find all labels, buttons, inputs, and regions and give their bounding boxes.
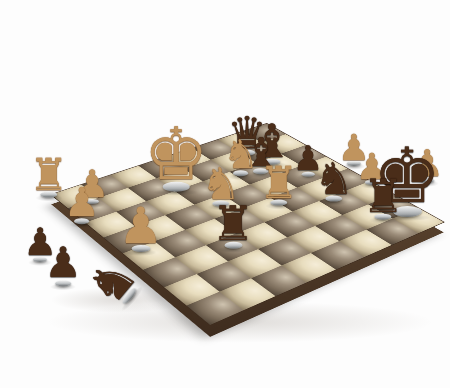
metal-base — [74, 218, 89, 224]
maple-rook-e6[interactable]: ♜ — [259, 163, 298, 206]
captured-maple-rook[interactable]: ♜ — [29, 155, 68, 198]
maple-pawn-d2[interactable]: ♟ — [119, 203, 164, 252]
maple-pawn-b1[interactable]: ♟ — [64, 184, 100, 224]
walnut-knight-f7[interactable]: ♞ — [314, 159, 353, 202]
pieces-layer: ♛♝♟♝♞♟♟♟♚♜♞♟♜♞♚♜♟♜♟♟♟♞ — [0, 0, 450, 388]
metal-base — [301, 172, 314, 177]
metal-base — [224, 242, 242, 249]
king-glyph: ♚ — [144, 121, 209, 187]
metal-base — [131, 245, 150, 252]
metal-base — [55, 280, 71, 286]
rook-glyph: ♜ — [259, 163, 298, 203]
captured-walnut-knight[interactable]: ♞ — [80, 250, 146, 316]
product-photo-canvas: ♛♝♟♝♞♟♟♟♚♜♞♟♜♞♚♜♟♜♟♟♟♞ — [0, 0, 450, 388]
knight-glyph: ♞ — [314, 159, 353, 199]
metal-base — [325, 196, 342, 202]
maple-king-b4[interactable]: ♚ — [144, 121, 209, 192]
rook-glyph: ♜ — [29, 155, 68, 195]
pawn-glyph: ♟ — [119, 203, 164, 249]
metal-base — [375, 214, 392, 220]
rook-glyph: ♜ — [211, 201, 254, 245]
metal-base — [40, 192, 57, 198]
pawn-glyph: ♟ — [64, 184, 100, 221]
rook-glyph: ♜ — [362, 175, 403, 217]
walnut-rook-f4[interactable]: ♜ — [211, 201, 254, 249]
walnut-rook-g7[interactable]: ♜ — [362, 175, 403, 220]
metal-base — [162, 182, 189, 192]
metal-base — [270, 200, 287, 206]
knight-glyph: ♞ — [80, 250, 144, 314]
